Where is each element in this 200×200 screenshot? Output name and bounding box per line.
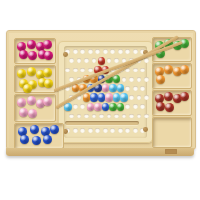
peg-cell xyxy=(139,65,147,74)
peg-cell xyxy=(135,75,143,84)
peg-cell xyxy=(132,102,140,111)
peg-cell xyxy=(120,75,128,84)
peg-cell xyxy=(132,47,140,56)
peg-cell xyxy=(132,65,140,74)
peg-hole xyxy=(103,128,108,133)
tray-bead-magenta[interactable] xyxy=(17,42,26,51)
peg-hole xyxy=(144,114,149,119)
peg-cell xyxy=(83,93,91,102)
peg-hole xyxy=(84,114,89,119)
peg-row xyxy=(64,102,147,111)
board-bead-blue[interactable] xyxy=(98,93,106,101)
peg-hole xyxy=(77,58,82,63)
peg-hole xyxy=(99,114,104,119)
peg-cell xyxy=(98,93,106,102)
peg-hole xyxy=(125,49,130,54)
compartment-darkred[interactable] xyxy=(152,90,192,116)
peg-hole xyxy=(122,77,127,82)
peg-hole xyxy=(110,128,115,133)
peg-hole xyxy=(129,77,134,82)
peg-cell xyxy=(87,47,95,56)
peg-hole xyxy=(103,49,108,54)
peg-hole xyxy=(118,128,123,133)
peg-hole xyxy=(122,114,127,119)
peg-hole xyxy=(144,77,149,82)
peg-cell xyxy=(105,56,113,65)
board-bead-skyblue[interactable] xyxy=(109,84,117,92)
peg-cell xyxy=(102,102,110,111)
tray-bead-pink[interactable] xyxy=(19,108,28,117)
peg-hole xyxy=(118,49,123,54)
peg-hole xyxy=(95,49,100,54)
peg-cell xyxy=(87,126,95,135)
tray-bead-blue[interactable] xyxy=(20,135,29,144)
tray-bead-pink[interactable] xyxy=(17,98,26,107)
tray-bead-magenta[interactable] xyxy=(27,40,36,49)
tray-bead-darkred[interactable] xyxy=(156,102,165,111)
peg-cell xyxy=(120,111,128,120)
peg-hole xyxy=(110,49,115,54)
corner-peg xyxy=(63,52,68,57)
peg-row xyxy=(64,126,147,135)
tray-bead-orange[interactable] xyxy=(156,75,165,84)
peg-row xyxy=(64,84,147,93)
peg-cell xyxy=(79,47,87,56)
corner-peg xyxy=(143,127,148,132)
tray-bead-blue[interactable] xyxy=(32,136,41,145)
peg-hole xyxy=(140,104,145,109)
peg-cell xyxy=(64,65,72,74)
tray-bead-yellow[interactable] xyxy=(44,79,53,88)
peg-cell xyxy=(124,126,132,135)
peg-hole xyxy=(133,49,138,54)
board-bead-orange[interactable] xyxy=(72,84,80,92)
peg-cell xyxy=(83,111,91,120)
board-bead-red[interactable] xyxy=(98,57,106,65)
peg-cell xyxy=(124,47,132,56)
board-bead-blue[interactable] xyxy=(102,103,110,111)
tray-bead-darkred[interactable] xyxy=(164,92,173,101)
peg-cell xyxy=(139,102,147,111)
peg-hole xyxy=(107,114,112,119)
peg-cell xyxy=(109,47,117,56)
peg-hole xyxy=(125,104,130,109)
peg-hole xyxy=(77,114,82,119)
tray-bead-yellow[interactable] xyxy=(43,68,52,77)
peg-hole xyxy=(88,128,93,133)
peg-hole xyxy=(73,49,78,54)
peg-cell xyxy=(109,102,117,111)
peg-cell xyxy=(90,56,98,65)
tray-bead-orange[interactable] xyxy=(164,65,173,74)
board-bead-orange[interactable] xyxy=(83,93,91,101)
peg-hole xyxy=(73,104,78,109)
board-bead-blue[interactable] xyxy=(90,93,98,101)
tray-bead-pink[interactable] xyxy=(28,109,37,118)
peg-cell xyxy=(120,93,128,102)
peg-cell xyxy=(113,75,121,84)
peg-cell xyxy=(128,75,136,84)
peg-hole xyxy=(65,68,70,73)
peg-cell xyxy=(124,102,132,111)
peg-cell xyxy=(109,126,117,135)
peg-cell xyxy=(98,111,106,120)
peg-hole xyxy=(84,58,89,63)
peg-cell xyxy=(143,111,151,120)
peg-cell xyxy=(75,111,83,120)
peg-cell xyxy=(102,47,110,56)
peg-cell xyxy=(87,102,95,111)
peg-hole xyxy=(144,95,149,100)
board-bead-green[interactable] xyxy=(113,75,121,83)
peg-cell xyxy=(94,102,102,111)
peg-hole xyxy=(133,68,138,73)
compartment-yellow[interactable] xyxy=(14,65,56,93)
peg-cell xyxy=(102,126,110,135)
peg-cell xyxy=(124,84,132,93)
board-bead-pink[interactable] xyxy=(87,103,95,111)
peg-hole xyxy=(125,128,130,133)
compartment-blue[interactable] xyxy=(14,123,64,149)
tray-bead-pink[interactable] xyxy=(43,97,52,106)
board-bead-skyblue[interactable] xyxy=(113,93,121,101)
tray-bead-magenta[interactable] xyxy=(19,50,28,59)
peg-cell xyxy=(132,84,140,93)
peg-cell xyxy=(135,111,143,120)
peg-hole xyxy=(107,58,112,63)
tray-bead-magenta[interactable] xyxy=(43,40,52,49)
tray-bead-magenta[interactable] xyxy=(44,51,53,60)
peg-cell xyxy=(109,84,117,93)
stick-groove xyxy=(65,121,139,124)
peg-hole xyxy=(133,104,138,109)
peg-cell xyxy=(72,47,80,56)
peg-cell xyxy=(94,126,102,135)
tray-bead-orange[interactable] xyxy=(155,67,164,76)
peg-hole xyxy=(114,58,119,63)
peg-cell xyxy=(117,47,125,56)
peg-hole xyxy=(129,114,134,119)
peg-cell xyxy=(113,111,121,120)
peg-hole xyxy=(133,128,138,133)
peg-row xyxy=(64,47,147,56)
board-bead-skyblue[interactable] xyxy=(117,84,125,92)
peg-hole xyxy=(95,128,100,133)
peg-cell xyxy=(98,56,106,65)
peg-cell xyxy=(143,93,151,102)
peg-hole xyxy=(69,114,74,119)
peg-cell xyxy=(139,84,147,93)
board-bead-green[interactable] xyxy=(117,103,125,111)
tray-bead-blue[interactable] xyxy=(43,135,52,144)
peg-hole xyxy=(88,68,93,73)
board-bead-green[interactable] xyxy=(109,103,117,111)
peg-cell xyxy=(143,75,151,84)
peg-hole xyxy=(137,77,142,82)
peg-hole xyxy=(140,68,145,73)
tray-bead-yellow[interactable] xyxy=(17,69,26,78)
peg-cell xyxy=(105,93,113,102)
peg-hole xyxy=(137,95,142,100)
peg-cell xyxy=(90,93,98,102)
tray-bead-blue[interactable] xyxy=(18,127,27,136)
brand-stamp xyxy=(165,149,177,154)
peg-hole xyxy=(88,49,93,54)
peg-cell xyxy=(94,47,102,56)
peg-hole xyxy=(80,104,85,109)
peg-hole xyxy=(69,58,74,63)
peg-hole xyxy=(73,68,78,73)
peg-hole xyxy=(80,128,85,133)
peg-cell xyxy=(117,126,125,135)
tray-bead-orange[interactable] xyxy=(180,65,189,74)
board-bead-pink[interactable] xyxy=(94,103,102,111)
peg-hole xyxy=(73,128,78,133)
tray-bead-darkred[interactable] xyxy=(155,94,164,103)
peg-hole xyxy=(92,114,97,119)
peg-cell xyxy=(72,126,80,135)
peg-cell xyxy=(68,56,76,65)
peg-row xyxy=(68,111,147,120)
peg-cell xyxy=(117,102,125,111)
peg-cell xyxy=(72,102,80,111)
peg-cell xyxy=(75,56,83,65)
peg-hole xyxy=(92,58,97,63)
peg-hole xyxy=(80,68,85,73)
tray-bead-pink[interactable] xyxy=(27,96,36,105)
peg-cell xyxy=(102,84,110,93)
tray-bead-blue[interactable] xyxy=(50,125,59,134)
peg-cell xyxy=(128,111,136,120)
peg-hole xyxy=(80,49,85,54)
peg-cell xyxy=(135,93,143,102)
tray-bead-magenta[interactable] xyxy=(28,51,37,60)
board-bead-skyblue[interactable] xyxy=(120,93,128,101)
board-bead-pink[interactable] xyxy=(102,84,110,92)
tray-bead-darkred[interactable] xyxy=(180,92,189,101)
peg-cell xyxy=(68,111,76,120)
peg-cell xyxy=(128,93,136,102)
peg-hole xyxy=(125,86,130,91)
peg-cell xyxy=(79,65,87,74)
peg-cell xyxy=(83,56,91,65)
peg-cell xyxy=(72,65,80,74)
peg-cell xyxy=(90,111,98,120)
peg-cell xyxy=(117,84,125,93)
tray-bead-yellow[interactable] xyxy=(27,67,36,76)
compartment-empty xyxy=(152,117,192,148)
board-bead-pink[interactable] xyxy=(105,93,113,101)
peg-cell xyxy=(79,102,87,111)
peg-cell xyxy=(113,93,121,102)
peg-hole xyxy=(114,114,119,119)
peg-cell xyxy=(105,111,113,120)
peg-hole xyxy=(137,114,142,119)
product-photo-background xyxy=(0,0,200,200)
peg-hole xyxy=(129,95,134,100)
peg-hole xyxy=(140,86,145,91)
peg-cell xyxy=(132,126,140,135)
peg-hole xyxy=(133,86,138,91)
compartment-magenta[interactable] xyxy=(14,38,56,64)
compartment-orange[interactable] xyxy=(152,63,192,89)
tray-bead-blue[interactable] xyxy=(30,125,39,134)
peg-hole xyxy=(144,58,149,63)
compartment-pink[interactable] xyxy=(14,94,56,122)
peg-cell xyxy=(79,126,87,135)
tray-bead-yellow[interactable] xyxy=(23,84,32,93)
tray-bead-darkred[interactable] xyxy=(165,103,174,112)
